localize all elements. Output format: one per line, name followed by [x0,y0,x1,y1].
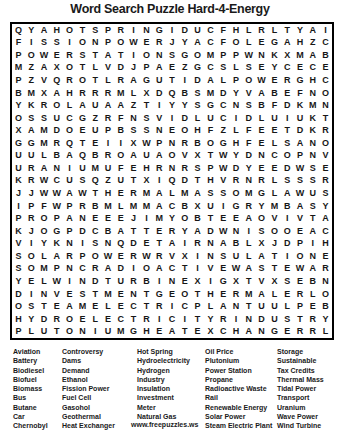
grid-cell-r22c13[interactable]: E [166,288,179,301]
grid-cell-r25c22[interactable]: E [281,325,294,338]
grid-cell-r6c16[interactable]: M [204,87,217,100]
grid-cell-r2c3[interactable]: S [38,37,51,50]
grid-cell-r9c24[interactable]: K [306,124,319,137]
grid-cell-r4c14[interactable]: Z [178,62,191,75]
grid-cell-r5c16[interactable]: A [204,74,217,87]
grid-cell-r14c24[interactable]: U [306,187,319,200]
grid-cell-r11c23[interactable]: P [294,150,307,163]
grid-cell-r5c13[interactable]: T [166,74,179,87]
grid-cell-r20c18[interactable]: W [230,263,243,276]
grid-cell-r10c14[interactable]: R [178,137,191,150]
grid-cell-r12c22[interactable]: D [281,162,294,175]
grid-cell-r23c9[interactable]: E [114,300,127,313]
grid-cell-r5c17[interactable]: L [217,74,230,87]
grid-cell-r1c5[interactable]: O [63,24,76,37]
grid-cell-r25c21[interactable]: G [268,325,281,338]
grid-cell-r16c2[interactable]: R [25,212,38,225]
grid-cell-r17c9[interactable]: A [114,225,127,238]
grid-cell-r4c25[interactable]: E [319,62,332,75]
grid-cell-r18c16[interactable]: N [204,238,217,251]
grid-cell-r2c5[interactable]: I [63,37,76,50]
grid-cell-r8c20[interactable]: L [255,112,268,125]
grid-cell-r2c18[interactable]: O [230,37,243,50]
grid-cell-r20c15[interactable]: I [191,263,204,276]
grid-cell-r18c10[interactable]: D [127,238,140,251]
grid-cell-r11c15[interactable]: X [191,150,204,163]
grid-cell-r16c20[interactable]: O [255,212,268,225]
grid-cell-r13c23[interactable]: S [294,175,307,188]
grid-cell-r5c22[interactable]: R [281,74,294,87]
grid-cell-r10c8[interactable]: I [102,137,115,150]
grid-cell-r13c17[interactable]: V [217,175,230,188]
grid-cell-r6c4[interactable]: A [50,87,63,100]
grid-cell-r17c5[interactable]: P [63,225,76,238]
grid-cell-r6c6[interactable]: R [76,87,89,100]
grid-cell-r13c16[interactable]: H [204,175,217,188]
grid-cell-r5c18[interactable]: P [230,74,243,87]
grid-cell-r14c4[interactable]: W [50,187,63,200]
grid-cell-r25c4[interactable]: T [50,325,63,338]
grid-cell-r18c9[interactable]: Q [114,238,127,251]
grid-cell-r21c5[interactable]: I [63,275,76,288]
grid-cell-r20c8[interactable]: A [102,263,115,276]
grid-cell-r2c14[interactable]: Y [178,37,191,50]
grid-cell-r15c20[interactable]: Y [255,200,268,213]
grid-cell-r10c25[interactable]: O [319,137,332,150]
grid-cell-r3c25[interactable]: B [319,49,332,62]
grid-cell-r9c1[interactable]: X [12,124,25,137]
grid-cell-r13c25[interactable]: R [319,175,332,188]
grid-cell-r4c1[interactable]: M [12,62,25,75]
grid-cell-r25c7[interactable]: I [89,325,102,338]
grid-cell-r19c9[interactable]: E [114,250,127,263]
grid-cell-r24c23[interactable]: T [294,313,307,326]
grid-cell-r2c20[interactable]: E [255,37,268,50]
grid-cell-r8c11[interactable]: S [140,112,153,125]
grid-cell-r23c17[interactable]: A [217,300,230,313]
grid-cell-r2c19[interactable]: L [242,37,255,50]
grid-cell-r1c20[interactable]: R [255,24,268,37]
grid-cell-r21c10[interactable]: R [127,275,140,288]
grid-cell-r9c16[interactable]: F [204,124,217,137]
grid-cell-r7c22[interactable]: D [281,99,294,112]
grid-cell-r11c13[interactable]: O [166,150,179,163]
grid-cell-r19c17[interactable]: S [217,250,230,263]
grid-cell-r8c16[interactable]: U [204,112,217,125]
grid-cell-r17c23[interactable]: E [294,225,307,238]
grid-cell-r24c24[interactable]: R [306,313,319,326]
grid-cell-r25c16[interactable]: X [204,325,217,338]
grid-cell-r10c21[interactable]: L [268,137,281,150]
grid-cell-r15c6[interactable]: R [76,200,89,213]
grid-cell-r16c8[interactable]: E [102,212,115,225]
grid-cell-r15c15[interactable]: X [191,200,204,213]
grid-cell-r1c21[interactable]: L [268,24,281,37]
grid-cell-r8c6[interactable]: G [76,112,89,125]
grid-cell-r1c3[interactable]: A [38,24,51,37]
grid-cell-r14c12[interactable]: A [153,187,166,200]
grid-cell-r11c5[interactable]: A [63,150,76,163]
grid-cell-r20c2[interactable]: O [25,263,38,276]
grid-cell-r9c7[interactable]: U [89,124,102,137]
grid-cell-r17c25[interactable]: C [319,225,332,238]
grid-cell-r24c25[interactable]: Y [319,313,332,326]
grid-cell-r13c5[interactable]: U [63,175,76,188]
grid-cell-r9c2[interactable]: A [25,124,38,137]
grid-cell-r2c6[interactable]: O [76,37,89,50]
grid-cell-r3c4[interactable]: E [50,49,63,62]
grid-cell-r1c15[interactable]: U [191,24,204,37]
grid-cell-r20c4[interactable]: P [50,263,63,276]
grid-cell-r3c22[interactable]: X [281,49,294,62]
grid-cell-r9c22[interactable]: T [281,124,294,137]
grid-cell-r14c3[interactable]: W [38,187,51,200]
grid-cell-r15c10[interactable]: M [127,200,140,213]
grid-cell-r19c5[interactable]: R [63,250,76,263]
grid-cell-r20c9[interactable]: D [114,263,127,276]
grid-cell-r5c7[interactable]: T [89,74,102,87]
grid-cell-r14c2[interactable]: J [25,187,38,200]
grid-cell-r20c11[interactable]: O [140,263,153,276]
grid-cell-r2c21[interactable]: G [268,37,281,50]
grid-cell-r13c7[interactable]: Q [89,175,102,188]
grid-cell-r3c12[interactable]: N [153,49,166,62]
grid-cell-r16c10[interactable]: J [127,212,140,225]
grid-cell-r9c5[interactable]: O [63,124,76,137]
grid-cell-r20c7[interactable]: R [89,263,102,276]
grid-cell-r9c23[interactable]: D [294,124,307,137]
grid-cell-r10c1[interactable]: G [12,137,25,150]
grid-cell-r1c1[interactable]: Q [12,24,25,37]
grid-cell-r10c22[interactable]: S [281,137,294,150]
grid-cell-r12c20[interactable]: E [255,162,268,175]
grid-cell-r12c14[interactable]: R [178,162,191,175]
grid-cell-r4c16[interactable]: C [204,62,217,75]
grid-cell-r7c17[interactable]: C [217,99,230,112]
grid-cell-r11c25[interactable]: V [319,150,332,163]
grid-cell-r24c10[interactable]: T [127,313,140,326]
grid-cell-r7c15[interactable]: S [191,99,204,112]
grid-cell-r10c7[interactable]: E [89,137,102,150]
grid-cell-r21c6[interactable]: N [76,275,89,288]
grid-cell-r9c13[interactable]: E [166,124,179,137]
grid-cell-r17c6[interactable]: D [76,225,89,238]
grid-cell-r12c10[interactable]: E [127,162,140,175]
grid-cell-r4c11[interactable]: P [140,62,153,75]
grid-cell-r6c13[interactable]: Q [166,87,179,100]
grid-cell-r14c19[interactable]: M [242,187,255,200]
grid-cell-r20c17[interactable]: E [217,263,230,276]
grid-cell-r10c17[interactable]: G [217,137,230,150]
grid-cell-r4c17[interactable]: S [217,62,230,75]
grid-cell-r9c21[interactable]: E [268,124,281,137]
grid-cell-r5c1[interactable]: P [12,74,25,87]
grid-cell-r2c22[interactable]: A [281,37,294,50]
grid-cell-r4c18[interactable]: L [230,62,243,75]
grid-cell-r21c16[interactable]: I [204,275,217,288]
grid-cell-r12c19[interactable]: Y [242,162,255,175]
grid-cell-r13c2[interactable]: R [25,175,38,188]
grid-cell-r22c21[interactable]: L [268,288,281,301]
grid-cell-r9c19[interactable]: F [242,124,255,137]
grid-cell-r2c4[interactable]: S [50,37,63,50]
grid-cell-r1c11[interactable]: N [140,24,153,37]
grid-cell-r8c4[interactable]: U [50,112,63,125]
grid-cell-r13c6[interactable]: S [76,175,89,188]
grid-cell-r13c9[interactable]: U [114,175,127,188]
grid-cell-r23c13[interactable]: I [166,300,179,313]
grid-cell-r12c24[interactable]: S [306,162,319,175]
grid-cell-r25c20[interactable]: N [255,325,268,338]
grid-cell-r3c6[interactable]: S [76,49,89,62]
grid-cell-r19c10[interactable]: R [127,250,140,263]
grid-cell-r23c24[interactable]: E [306,300,319,313]
grid-cell-r2c9[interactable]: O [114,37,127,50]
grid-cell-r9c6[interactable]: E [76,124,89,137]
grid-cell-r13c12[interactable]: I [153,175,166,188]
grid-cell-r23c22[interactable]: L [281,300,294,313]
grid-cell-r5c10[interactable]: A [127,74,140,87]
grid-cell-r18c11[interactable]: E [140,238,153,251]
grid-cell-r12c2[interactable]: R [25,162,38,175]
grid-cell-r21c21[interactable]: X [268,275,281,288]
grid-cell-r13c19[interactable]: N [242,175,255,188]
grid-cell-r7c12[interactable]: I [153,99,166,112]
grid-cell-r6c5[interactable]: H [63,87,76,100]
grid-cell-r19c6[interactable]: P [76,250,89,263]
grid-cell-r4c9[interactable]: D [114,62,127,75]
grid-cell-r5c4[interactable]: Q [50,74,63,87]
grid-cell-r18c12[interactable]: T [153,238,166,251]
grid-cell-r7c18[interactable]: N [230,99,243,112]
grid-cell-r6c12[interactable]: D [153,87,166,100]
grid-cell-r19c18[interactable]: U [230,250,243,263]
grid-cell-r13c1[interactable]: K [12,175,25,188]
grid-cell-r19c13[interactable]: V [166,250,179,263]
grid-cell-r20c23[interactable]: W [294,263,307,276]
grid-cell-r19c4[interactable]: A [50,250,63,263]
grid-cell-r17c15[interactable]: A [191,225,204,238]
grid-cell-r18c15[interactable]: R [191,238,204,251]
grid-cell-r14c14[interactable]: M [178,187,191,200]
grid-cell-r17c11[interactable]: T [140,225,153,238]
grid-cell-r3c18[interactable]: P [230,49,243,62]
grid-cell-r10c18[interactable]: H [230,137,243,150]
grid-cell-r24c11[interactable]: R [140,313,153,326]
grid-cell-r16c16[interactable]: T [204,212,217,225]
grid-cell-r25c1[interactable]: P [12,325,25,338]
grid-cell-r24c4[interactable]: R [50,313,63,326]
grid-cell-r10c13[interactable]: N [166,137,179,150]
grid-cell-r15c19[interactable]: R [242,200,255,213]
grid-cell-r19c22[interactable]: I [281,250,294,263]
grid-cell-r7c19[interactable]: S [242,99,255,112]
grid-cell-r15c24[interactable]: S [306,200,319,213]
grid-cell-r21c4[interactable]: W [50,275,63,288]
grid-cell-r4c7[interactable]: L [89,62,102,75]
grid-cell-r11c14[interactable]: V [178,150,191,163]
grid-cell-r15c17[interactable]: I [217,200,230,213]
grid-cell-r6c1[interactable]: B [12,87,25,100]
grid-cell-r6c22[interactable]: E [281,87,294,100]
grid-cell-r14c20[interactable]: G [255,187,268,200]
grid-cell-r18c21[interactable]: J [268,238,281,251]
grid-cell-r18c2[interactable]: I [25,238,38,251]
grid-cell-r7c23[interactable]: K [294,99,307,112]
grid-cell-r24c17[interactable]: R [217,313,230,326]
grid-cell-r1c16[interactable]: C [204,24,217,37]
grid-cell-r6c23[interactable]: F [294,87,307,100]
grid-cell-r16c24[interactable]: T [306,212,319,225]
grid-cell-r25c5[interactable]: O [63,325,76,338]
grid-cell-r24c5[interactable]: O [63,313,76,326]
grid-cell-r24c12[interactable]: I [153,313,166,326]
grid-cell-r8c19[interactable]: D [242,112,255,125]
grid-cell-r19c14[interactable]: X [178,250,191,263]
grid-cell-r7c6[interactable]: A [76,99,89,112]
grid-cell-r16c23[interactable]: V [294,212,307,225]
grid-cell-r22c14[interactable]: O [178,288,191,301]
grid-cell-r20c14[interactable]: T [178,263,191,276]
grid-cell-r10c3[interactable]: M [38,137,51,150]
grid-cell-r13c3[interactable]: W [38,175,51,188]
grid-cell-r16c11[interactable]: I [140,212,153,225]
grid-cell-r15c2[interactable]: P [25,200,38,213]
grid-cell-r22c25[interactable]: O [319,288,332,301]
grid-cell-r16c6[interactable]: N [76,212,89,225]
grid-cell-r25c12[interactable]: E [153,325,166,338]
grid-cell-r21c24[interactable]: B [306,275,319,288]
grid-cell-r22c7[interactable]: T [89,288,102,301]
grid-cell-r6c25[interactable]: O [319,87,332,100]
grid-cell-r25c8[interactable]: U [102,325,115,338]
grid-cell-r15c8[interactable]: M [102,200,115,213]
grid-cell-r4c24[interactable]: C [306,62,319,75]
grid-cell-r17c3[interactable]: O [38,225,51,238]
grid-cell-r17c12[interactable]: E [153,225,166,238]
grid-cell-r25c9[interactable]: M [114,325,127,338]
grid-cell-r4c23[interactable]: E [294,62,307,75]
grid-cell-r22c2[interactable]: I [25,288,38,301]
grid-cell-r18c6[interactable]: I [76,238,89,251]
grid-cell-r1c8[interactable]: P [102,24,115,37]
grid-cell-r6c18[interactable]: Y [230,87,243,100]
grid-cell-r22c17[interactable]: E [217,288,230,301]
grid-cell-r24c19[interactable]: N [242,313,255,326]
grid-cell-r7c1[interactable]: Y [12,99,25,112]
grid-cell-r19c20[interactable]: A [255,250,268,263]
grid-cell-r6c24[interactable]: N [306,87,319,100]
grid-cell-r23c5[interactable]: A [63,300,76,313]
grid-cell-r10c20[interactable]: E [255,137,268,150]
grid-cell-r17c14[interactable]: Y [178,225,191,238]
grid-cell-r8c3[interactable]: S [38,112,51,125]
grid-cell-r22c19[interactable]: M [242,288,255,301]
grid-cell-r18c24[interactable]: I [306,238,319,251]
grid-cell-r12c12[interactable]: R [153,162,166,175]
grid-cell-r24c9[interactable]: C [114,313,127,326]
grid-cell-r8c7[interactable]: Z [89,112,102,125]
grid-cell-r12c17[interactable]: W [217,162,230,175]
grid-cell-r25c17[interactable]: C [217,325,230,338]
grid-cell-r19c7[interactable]: O [89,250,102,263]
grid-cell-r20c19[interactable]: A [242,263,255,276]
grid-cell-r24c20[interactable]: D [255,313,268,326]
grid-cell-r16c4[interactable]: P [50,212,63,225]
grid-cell-r15c11[interactable]: M [140,200,153,213]
grid-cell-r5c2[interactable]: Z [25,74,38,87]
grid-cell-r3c7[interactable]: T [89,49,102,62]
grid-cell-r12c23[interactable]: W [294,162,307,175]
grid-cell-r21c8[interactable]: T [102,275,115,288]
grid-cell-r8c21[interactable]: U [268,112,281,125]
grid-cell-r19c15[interactable]: I [191,250,204,263]
grid-cell-r3c3[interactable]: W [38,49,51,62]
grid-cell-r7c8[interactable]: A [102,99,115,112]
grid-cell-r3c2[interactable]: O [25,49,38,62]
grid-cell-r20c25[interactable]: R [319,263,332,276]
grid-cell-r23c20[interactable]: U [255,300,268,313]
grid-cell-r13c13[interactable]: Q [166,175,179,188]
grid-cell-r17c4[interactable]: G [50,225,63,238]
grid-cell-r24c22[interactable]: S [281,313,294,326]
grid-cell-r7c7[interactable]: U [89,99,102,112]
grid-cell-r2c16[interactable]: C [204,37,217,50]
grid-cell-r19c1[interactable]: S [12,250,25,263]
grid-cell-r17c18[interactable]: N [230,225,243,238]
grid-cell-r13c4[interactable]: C [50,175,63,188]
grid-cell-r12c21[interactable]: E [268,162,281,175]
grid-cell-r3c5[interactable]: R [63,49,76,62]
grid-cell-r4c20[interactable]: E [255,62,268,75]
grid-cell-r11c7[interactable]: B [89,150,102,163]
grid-cell-r14c5[interactable]: A [63,187,76,200]
grid-cell-r11c8[interactable]: R [102,150,115,163]
grid-cell-r8c25[interactable]: T [319,112,332,125]
grid-cell-r10c4[interactable]: R [50,137,63,150]
grid-cell-r25c10[interactable]: G [127,325,140,338]
grid-cell-r23c21[interactable]: U [268,300,281,313]
grid-cell-r13c21[interactable]: L [268,175,281,188]
grid-cell-r1c19[interactable]: L [242,24,255,37]
grid-cell-r16c14[interactable]: O [178,212,191,225]
grid-cell-r25c23[interactable]: R [294,325,307,338]
grid-cell-r1c18[interactable]: H [230,24,243,37]
grid-cell-r14c21[interactable]: L [268,187,281,200]
grid-cell-r5c14[interactable]: I [178,74,191,87]
grid-cell-r19c2[interactable]: O [25,250,38,263]
grid-cell-r20c20[interactable]: S [255,263,268,276]
grid-cell-r14c17[interactable]: S [217,187,230,200]
grid-cell-r17c7[interactable]: C [89,225,102,238]
grid-cell-r10c16[interactable]: O [204,137,217,150]
grid-cell-r15c16[interactable]: U [204,200,217,213]
grid-cell-r15c23[interactable]: A [294,200,307,213]
grid-cell-r24c18[interactable]: I [230,313,243,326]
grid-cell-r22c4[interactable]: V [50,288,63,301]
grid-cell-r6c17[interactable]: D [217,87,230,100]
grid-cell-r8c10[interactable]: N [127,112,140,125]
grid-cell-r23c18[interactable]: N [230,300,243,313]
grid-cell-r18c1[interactable]: V [12,238,25,251]
grid-cell-r5c8[interactable]: L [102,74,115,87]
grid-cell-r20c22[interactable]: E [281,263,294,276]
grid-cell-r12c11[interactable]: H [140,162,153,175]
grid-cell-r24c1[interactable]: H [12,313,25,326]
grid-cell-r25c13[interactable]: A [166,325,179,338]
grid-cell-r20c3[interactable]: M [38,263,51,276]
grid-cell-r13c11[interactable]: X [140,175,153,188]
